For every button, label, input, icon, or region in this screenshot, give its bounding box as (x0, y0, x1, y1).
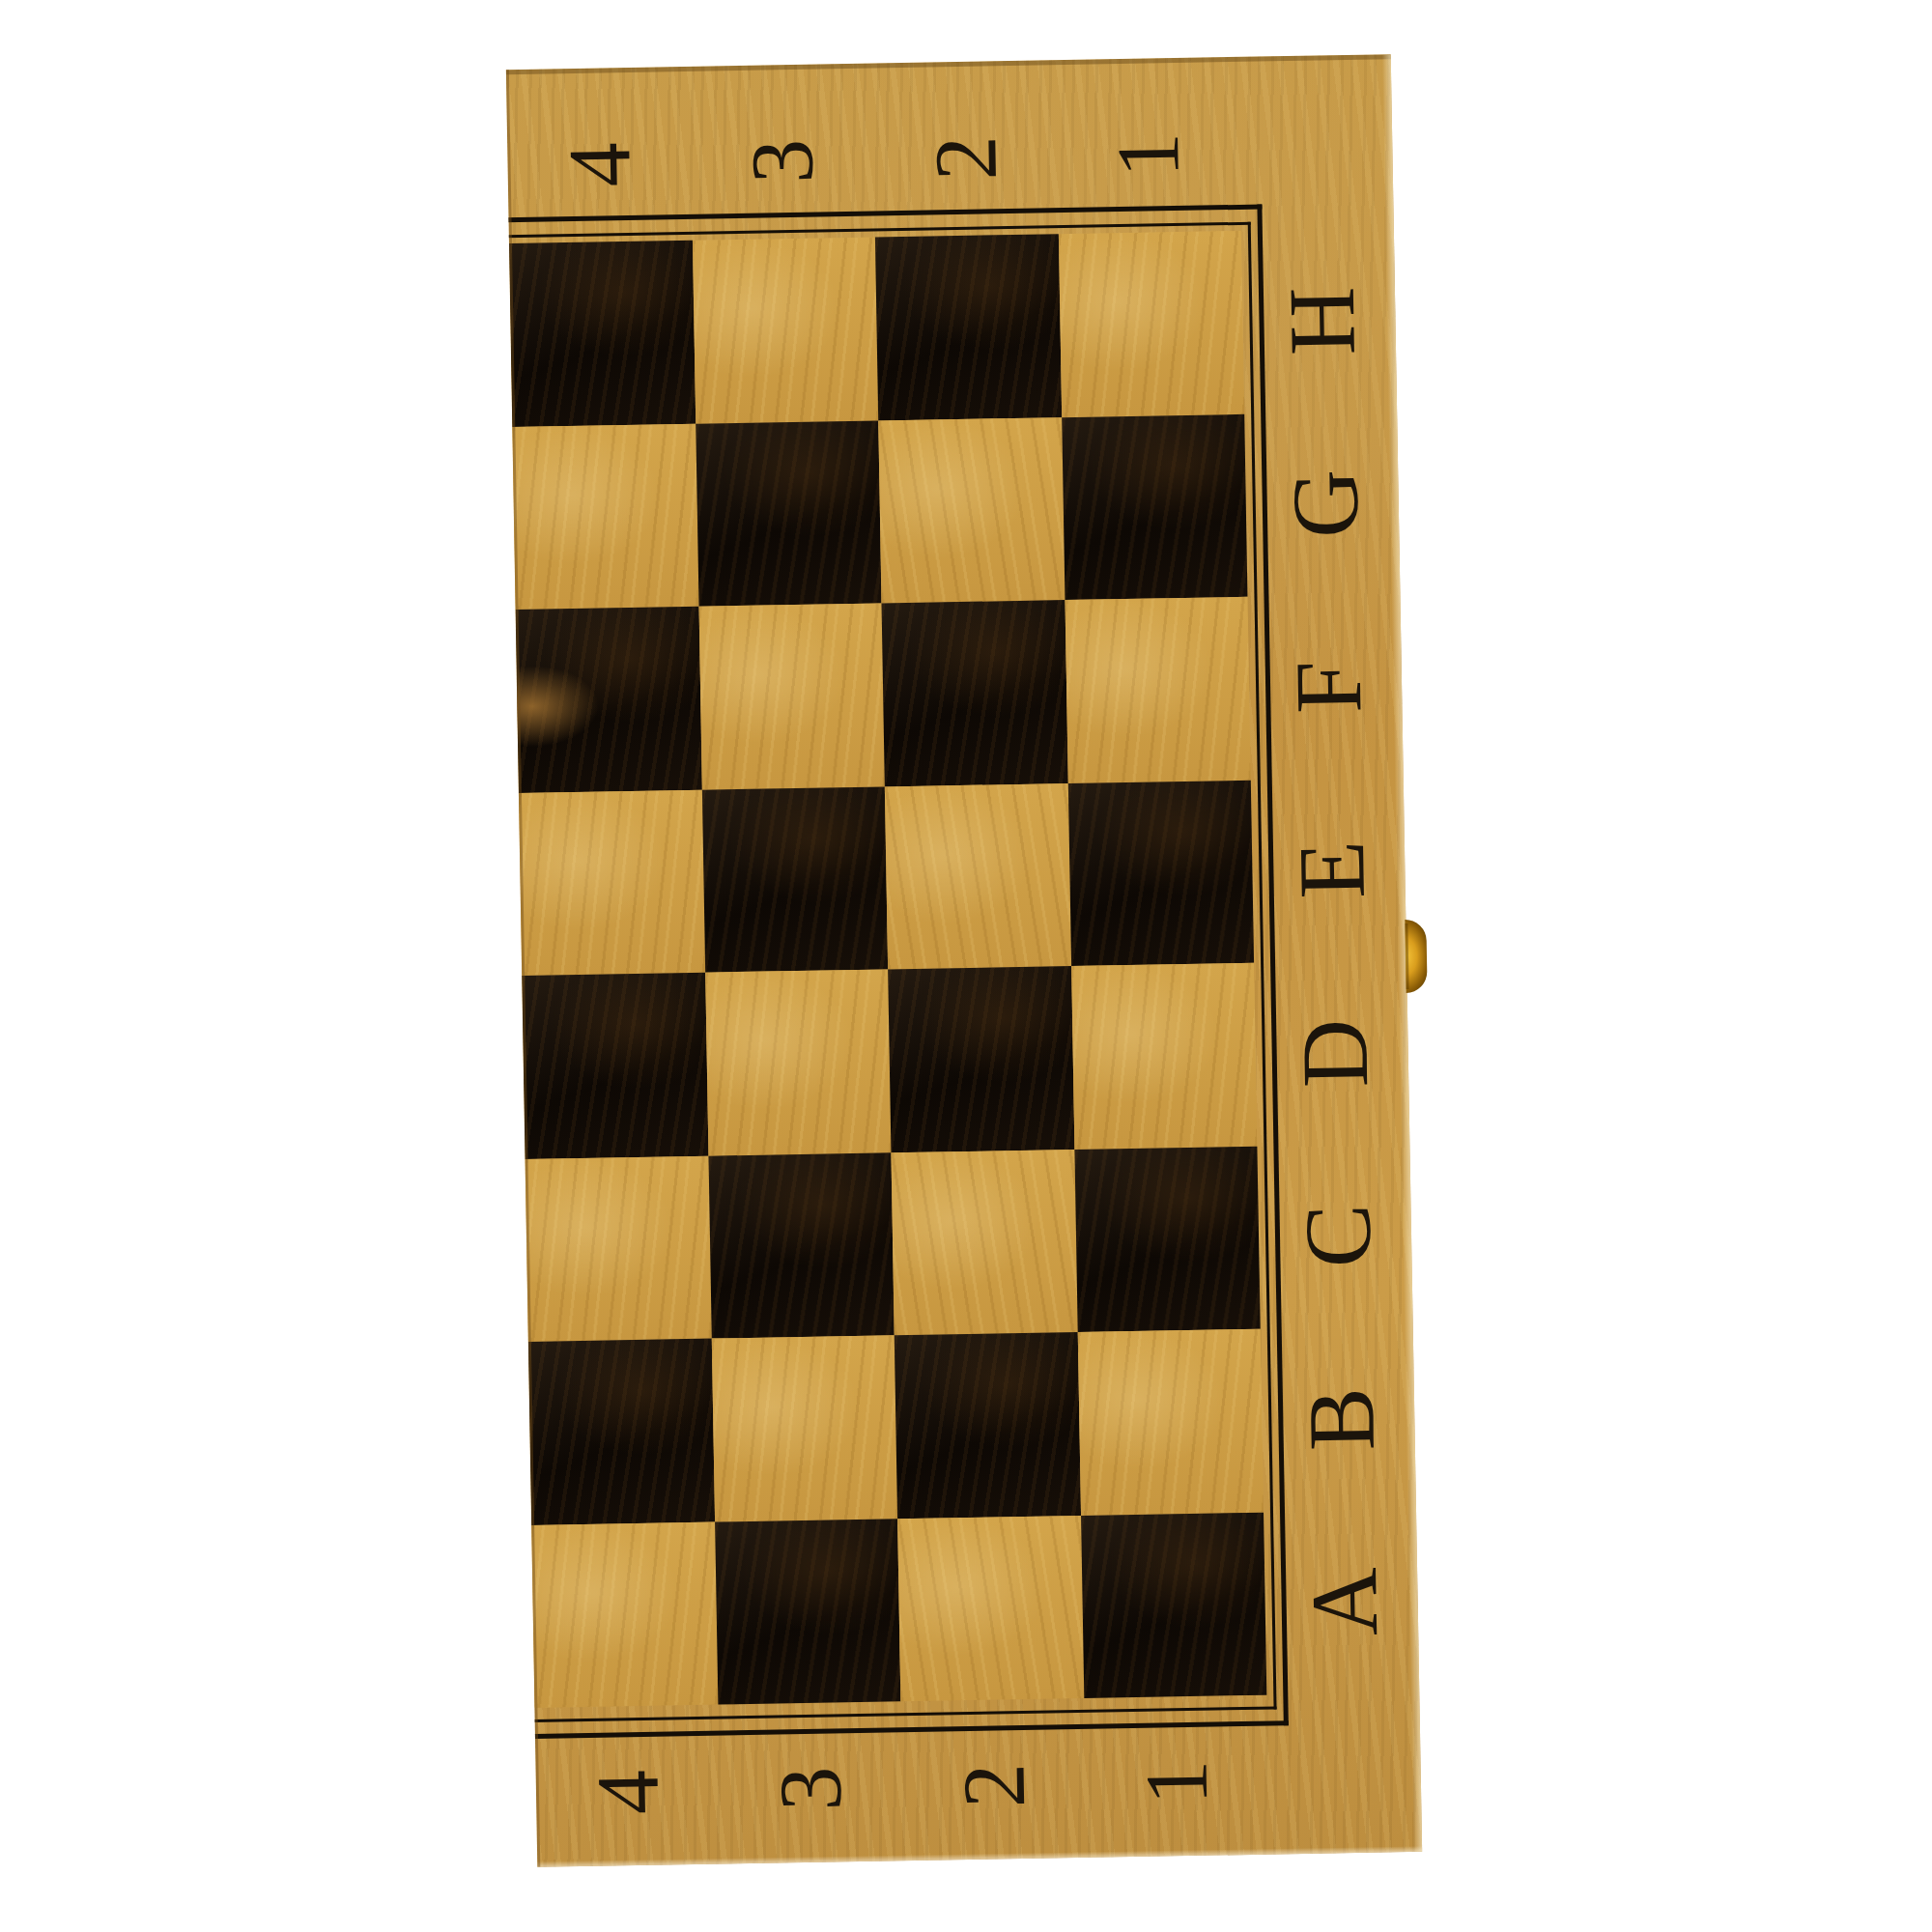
rank-label-top-4: 4 (530, 96, 668, 233)
square-h1[interactable] (1058, 231, 1244, 417)
square-g3[interactable] (696, 420, 882, 607)
brass-clasp-knob (1405, 920, 1427, 993)
square-h4[interactable] (509, 241, 696, 427)
square-g2[interactable] (878, 417, 1065, 604)
square-e3[interactable] (701, 786, 888, 973)
square-a2[interactable] (897, 1515, 1084, 1701)
square-d4[interactable] (522, 973, 708, 1159)
rank-label-top-1: 1 (1079, 86, 1216, 223)
board-top-face: 4321 4321 HGFEDCBA (506, 54, 1422, 1867)
square-b4[interactable] (528, 1339, 715, 1525)
checkerboard (509, 231, 1266, 1708)
square-a3[interactable] (715, 1519, 901, 1705)
file-label-b: B (1272, 1350, 1409, 1488)
square-f3[interactable] (698, 603, 885, 789)
square-f1[interactable] (1065, 597, 1251, 783)
file-label-f: F (1260, 618, 1397, 755)
square-c1[interactable] (1074, 1146, 1261, 1332)
square-f4[interactable] (516, 607, 702, 793)
rank-label-bottom-1: 1 (1108, 1714, 1245, 1851)
square-h2[interactable] (875, 234, 1062, 420)
rank-label-top-2: 2 (896, 90, 1034, 227)
square-g1[interactable] (1062, 413, 1248, 600)
square-e2[interactable] (885, 783, 1071, 970)
file-label-e: E (1263, 801, 1400, 938)
square-a1[interactable] (1081, 1512, 1267, 1698)
rank-label-bottom-3: 3 (742, 1720, 879, 1858)
square-g4[interactable] (512, 423, 698, 610)
file-label-a: A (1275, 1533, 1412, 1670)
chess-box: 4321 4321 HGFEDCBA (506, 54, 1422, 1867)
square-h3[interactable] (692, 237, 878, 423)
board-top-edge (506, 54, 1391, 74)
rank-label-top-3: 3 (713, 93, 850, 230)
rank-label-bottom-4: 4 (559, 1723, 696, 1861)
photo-background: 4321 4321 HGFEDCBA (0, 0, 1932, 1932)
file-label-h: H (1253, 252, 1390, 389)
file-label-d: D (1266, 984, 1404, 1122)
square-b3[interactable] (711, 1335, 897, 1521)
square-a4[interactable] (531, 1521, 718, 1708)
rank-label-bottom-2: 2 (925, 1717, 1063, 1854)
square-e4[interactable] (519, 789, 705, 976)
square-b1[interactable] (1077, 1329, 1264, 1516)
file-label-c: C (1269, 1167, 1406, 1304)
square-b2[interactable] (895, 1332, 1081, 1519)
square-c2[interactable] (891, 1150, 1077, 1336)
square-c4[interactable] (526, 1155, 712, 1342)
square-c3[interactable] (708, 1152, 895, 1339)
square-e1[interactable] (1067, 780, 1254, 966)
square-d2[interactable] (888, 966, 1074, 1152)
square-d3[interactable] (705, 969, 892, 1155)
file-label-g: G (1257, 435, 1394, 572)
square-d1[interactable] (1071, 963, 1258, 1150)
square-f2[interactable] (882, 600, 1068, 786)
